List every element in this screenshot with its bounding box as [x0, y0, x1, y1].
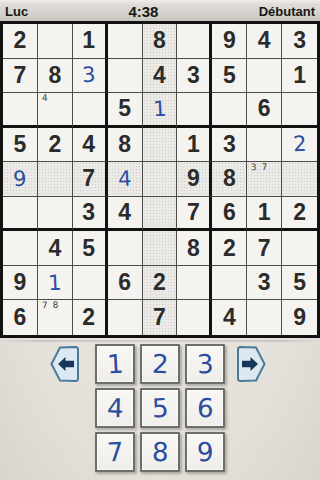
given-digit: 6: [14, 304, 27, 331]
given-digit: 8: [48, 62, 61, 89]
cell-r6c8[interactable]: 1: [247, 197, 282, 232]
cell-r2c1[interactable]: 7: [3, 59, 38, 94]
cell-r8c8[interactable]: 3: [247, 266, 282, 301]
cell-r4c3[interactable]: 4: [73, 128, 108, 163]
cell-r4c5[interactable]: [143, 128, 178, 163]
timer-label: 4:38: [128, 4, 158, 19]
given-digit: 8: [153, 27, 166, 54]
cell-r2c3[interactable]: 3: [73, 59, 108, 94]
cell-r6c1[interactable]: [3, 197, 38, 232]
cell-r6c4[interactable]: 4: [108, 197, 143, 232]
cell-r1c3[interactable]: 1: [73, 24, 108, 59]
previous-button[interactable]: [50, 345, 80, 383]
given-digit: 3: [258, 269, 271, 296]
sudoku-app-screen: Luc 4:38 Débutant 2189437834351451652481…: [0, 0, 320, 480]
cell-r3c8[interactable]: 6: [247, 93, 282, 128]
given-digit: 3: [187, 62, 200, 89]
cell-r9c6[interactable]: [177, 300, 212, 335]
cell-r1c2[interactable]: [38, 24, 73, 59]
given-digit: 2: [153, 269, 166, 296]
given-digit: 5: [14, 131, 27, 158]
cell-r1c8[interactable]: 4: [247, 24, 282, 59]
numpad-button-1[interactable]: 1: [95, 344, 135, 384]
cell-r4c9[interactable]: 2: [282, 128, 317, 163]
pencil-marks: 4: [42, 93, 49, 104]
cell-r8c6[interactable]: [177, 266, 212, 301]
user-digit: 1: [48, 270, 63, 295]
cell-r4c4[interactable]: 8: [108, 128, 143, 163]
pencil-marks: 7 8: [42, 300, 60, 312]
cell-r7c3[interactable]: 5: [73, 231, 108, 266]
cell-r1c1[interactable]: 2: [3, 24, 38, 59]
user-digit: 2: [292, 132, 307, 157]
cell-r5c8[interactable]: 3 7: [247, 162, 282, 197]
given-digit: 7: [258, 235, 271, 262]
numpad-button-2[interactable]: 2: [140, 344, 180, 384]
cell-r4c2[interactable]: 2: [38, 128, 73, 163]
cell-r3c9[interactable]: [282, 93, 317, 128]
cell-r9c7[interactable]: 4: [212, 300, 247, 335]
user-digit: 1: [152, 97, 167, 122]
user-digit: 3: [81, 63, 96, 88]
given-digit: 1: [293, 62, 306, 89]
given-digit: 7: [82, 165, 95, 192]
given-digit: 4: [258, 27, 271, 54]
cell-r5c1[interactable]: 9: [3, 162, 38, 197]
given-digit: 3: [82, 199, 95, 226]
cell-r6c2[interactable]: [38, 197, 73, 232]
cell-r9c3[interactable]: 2: [73, 300, 108, 335]
given-digit: 1: [187, 131, 200, 158]
given-digit: 5: [82, 235, 95, 262]
numpad-button-4[interactable]: 4: [95, 388, 135, 428]
given-digit: 3: [223, 131, 236, 158]
numpad-button-8[interactable]: 8: [140, 432, 180, 472]
cell-r8c1[interactable]: 9: [3, 266, 38, 301]
cell-r8c9[interactable]: 5: [282, 266, 317, 301]
given-digit: 1: [258, 199, 271, 226]
cell-r5c5[interactable]: [143, 162, 178, 197]
cell-r9c2[interactable]: 7 8: [38, 300, 73, 335]
given-digit: 3: [293, 27, 306, 54]
cell-r6c5[interactable]: [143, 197, 178, 232]
given-digit: 2: [82, 304, 95, 331]
cell-r5c7[interactable]: 8: [212, 162, 247, 197]
numpad-button-3[interactable]: 3: [185, 344, 225, 384]
cell-r2c6[interactable]: 3: [177, 59, 212, 94]
given-digit: 2: [14, 27, 27, 54]
cell-r3c3[interactable]: [73, 93, 108, 128]
cell-r9c4[interactable]: [108, 300, 143, 335]
cell-r5c2[interactable]: [38, 162, 73, 197]
cell-r8c5[interactable]: 2: [143, 266, 178, 301]
arrow-right-icon: [236, 345, 266, 383]
cell-r4c7[interactable]: 3: [212, 128, 247, 163]
cell-r2c5[interactable]: 4: [143, 59, 178, 94]
given-digit: 4: [153, 62, 166, 89]
given-digit: 7: [187, 199, 200, 226]
cell-r6c6[interactable]: 7: [177, 197, 212, 232]
cell-r7c1[interactable]: [3, 231, 38, 266]
cell-r7c9[interactable]: [282, 231, 317, 266]
cell-r2c2[interactable]: 8: [38, 59, 73, 94]
given-digit: 8: [187, 235, 200, 262]
cell-r8c3[interactable]: [73, 266, 108, 301]
given-digit: 5: [293, 269, 306, 296]
cell-r5c3[interactable]: 7: [73, 162, 108, 197]
cell-r3c6[interactable]: [177, 93, 212, 128]
given-digit: 2: [293, 199, 306, 226]
cell-r2c9[interactable]: 1: [282, 59, 317, 94]
cell-r7c5[interactable]: [143, 231, 178, 266]
cell-r7c4[interactable]: [108, 231, 143, 266]
cell-r6c7[interactable]: 6: [212, 197, 247, 232]
cell-r5c4[interactable]: 4: [108, 162, 143, 197]
number-pad: 1 2 3 4 5 6 7 8 9: [95, 344, 225, 472]
given-digit: 6: [258, 95, 271, 122]
cell-r5c6[interactable]: 9: [177, 162, 212, 197]
player-name-label: Luc: [5, 4, 28, 19]
status-bar: Luc 4:38 Débutant: [0, 0, 320, 21]
given-digit: 5: [223, 62, 236, 89]
cell-r9c9[interactable]: 9: [282, 300, 317, 335]
cell-r7c8[interactable]: 7: [247, 231, 282, 266]
cell-r1c6[interactable]: [177, 24, 212, 59]
cell-r1c4[interactable]: [108, 24, 143, 59]
pencil-marks: 3 7: [251, 162, 269, 174]
numpad-button-6[interactable]: 6: [185, 388, 225, 428]
cell-r2c4[interactable]: [108, 59, 143, 94]
given-digit: 4: [48, 235, 61, 262]
cell-r1c7[interactable]: 9: [212, 24, 247, 59]
numpad-button-7[interactable]: 7: [95, 432, 135, 472]
cell-r2c7[interactable]: 5: [212, 59, 247, 94]
given-digit: 4: [118, 199, 131, 226]
cell-r3c4[interactable]: 5: [108, 93, 143, 128]
given-digit: 4: [82, 131, 95, 158]
sudoku-board: 218943783435145165248132974983 734761245…: [0, 21, 320, 338]
given-digit: 8: [118, 131, 131, 158]
given-digit: 4: [223, 304, 236, 331]
cell-r1c5[interactable]: 8: [143, 24, 178, 59]
user-digit: 9: [13, 167, 28, 192]
cell-r6c9[interactable]: 2: [282, 197, 317, 232]
given-digit: 2: [48, 131, 61, 158]
cell-r5c9[interactable]: [282, 162, 317, 197]
given-digit: 6: [118, 269, 131, 296]
cell-r7c6[interactable]: 8: [177, 231, 212, 266]
cell-r1c9[interactable]: 3: [282, 24, 317, 59]
given-digit: 5: [118, 95, 131, 122]
cell-r4c8[interactable]: [247, 128, 282, 163]
given-digit: 1: [82, 27, 95, 54]
given-digit: 9: [14, 269, 27, 296]
cell-r9c5[interactable]: 7: [143, 300, 178, 335]
cell-r4c1[interactable]: 5: [3, 128, 38, 163]
given-digit: 9: [223, 27, 236, 54]
given-digit: 8: [223, 165, 236, 192]
given-digit: 9: [187, 165, 200, 192]
given-digit: 6: [223, 199, 236, 226]
cell-r3c5[interactable]: 1: [143, 93, 178, 128]
cell-r2c8[interactable]: [247, 59, 282, 94]
cell-r3c1[interactable]: [3, 93, 38, 128]
numpad-button-5[interactable]: 5: [140, 388, 180, 428]
cell-r4c6[interactable]: 1: [177, 128, 212, 163]
arrow-left-icon: [50, 345, 80, 383]
next-button[interactable]: [236, 345, 266, 383]
cell-r3c2[interactable]: 4: [38, 93, 73, 128]
cell-r8c4[interactable]: 6: [108, 266, 143, 301]
given-digit: 7: [153, 304, 166, 331]
cell-r9c1[interactable]: 6: [3, 300, 38, 335]
cell-r3c7[interactable]: [212, 93, 247, 128]
cell-r7c2[interactable]: 4: [38, 231, 73, 266]
cell-r6c3[interactable]: 3: [73, 197, 108, 232]
cell-r8c7[interactable]: [212, 266, 247, 301]
given-digit: 2: [223, 235, 236, 262]
cell-r9c8[interactable]: [247, 300, 282, 335]
numpad-button-9[interactable]: 9: [185, 432, 225, 472]
given-digit: 9: [293, 304, 306, 331]
cell-r8c2[interactable]: 1: [38, 266, 73, 301]
paper-tear-line: [0, 340, 320, 342]
difficulty-label: Débutant: [259, 4, 315, 19]
given-digit: 7: [14, 62, 27, 89]
user-digit: 4: [117, 167, 132, 192]
cell-r7c7[interactable]: 2: [212, 231, 247, 266]
